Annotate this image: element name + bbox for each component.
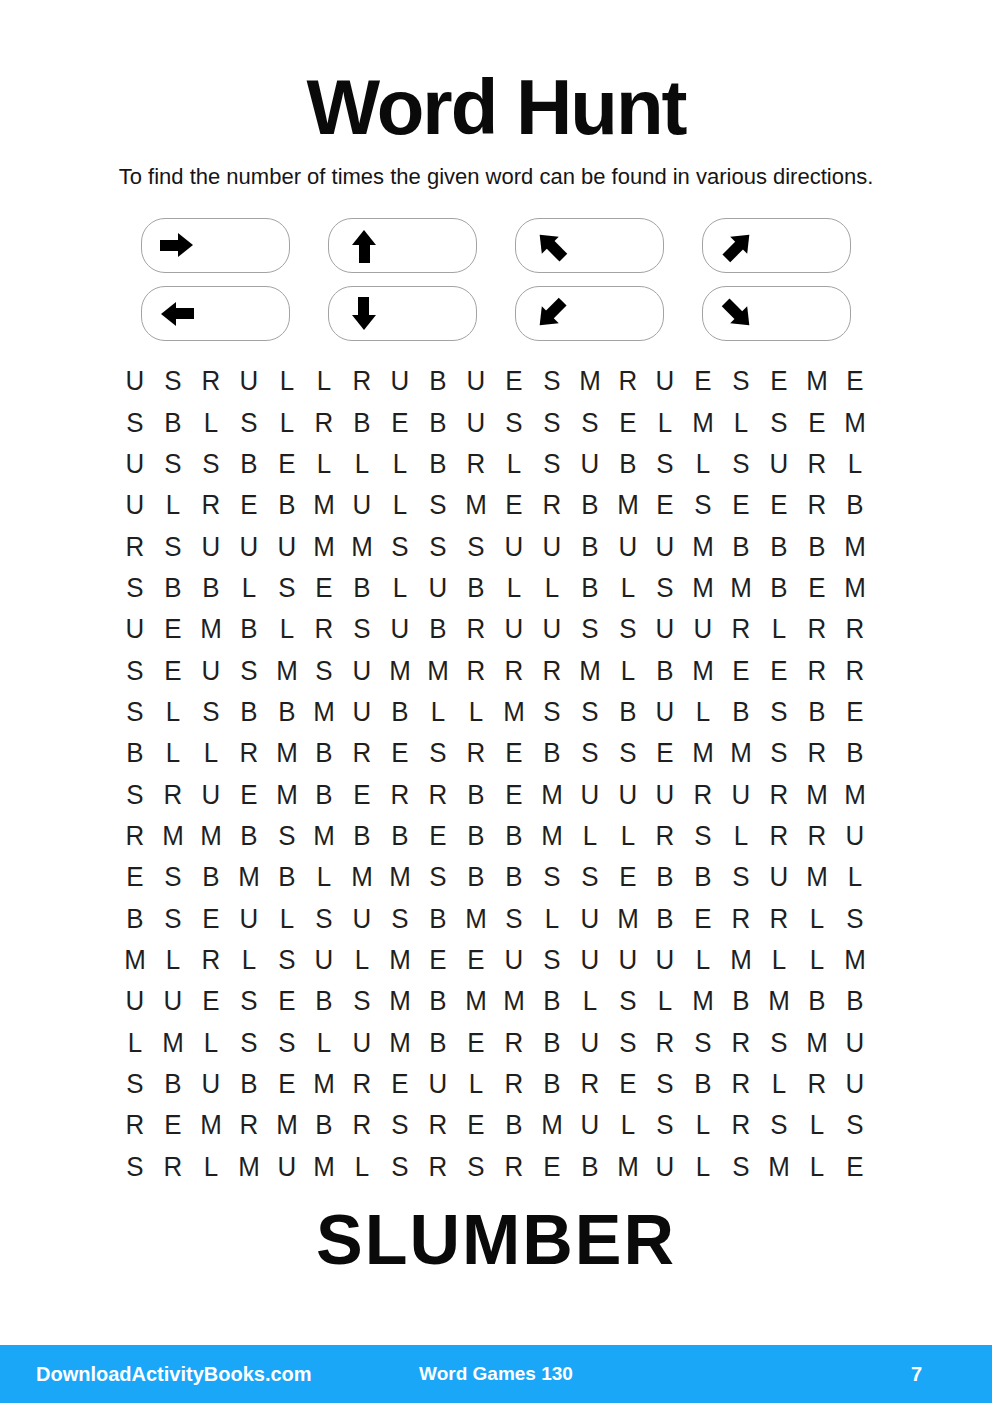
grid-cell: M [306, 1064, 342, 1105]
grid-cell: B [571, 568, 607, 609]
grid-cell: U [268, 526, 304, 567]
grid-cell: B [306, 733, 342, 774]
grid-cell: E [155, 609, 191, 650]
grid-cell: M [344, 857, 380, 898]
grid-cell: S [571, 402, 607, 443]
grid-cell: R [344, 1105, 380, 1146]
grid-cell: E [382, 733, 418, 774]
direction-up-right-button[interactable] [702, 218, 851, 273]
grid-cell: L [344, 940, 380, 981]
grid-cell: M [799, 857, 835, 898]
grid-cell: L [344, 444, 380, 485]
grid-cell: S [155, 857, 191, 898]
grid-cell: R [723, 1064, 759, 1105]
grid-cell: S [268, 568, 304, 609]
direction-up-left-button[interactable] [515, 218, 664, 273]
grid-cell: M [382, 940, 418, 981]
grid-cell: E [193, 981, 229, 1022]
grid-cell: S [761, 692, 797, 733]
grid-cell: L [534, 568, 570, 609]
grid-cell: R [799, 816, 835, 857]
grid-cell: M [534, 774, 570, 815]
grid-cell: M [723, 940, 759, 981]
grid-cell: S [420, 485, 456, 526]
grid-cell: R [230, 733, 266, 774]
grid-cell: E [723, 650, 759, 691]
grid-cell: U [230, 898, 266, 939]
grid-cell: U [837, 1023, 873, 1064]
grid-cell: E [496, 733, 532, 774]
grid-cell: R [799, 485, 835, 526]
grid-cell: M [382, 857, 418, 898]
grid-cell: U [609, 774, 645, 815]
grid-cell: E [609, 857, 645, 898]
grid-cell: M [193, 816, 229, 857]
grid-cell: M [496, 981, 532, 1022]
grid-cell: S [155, 526, 191, 567]
grid-cell: R [193, 485, 229, 526]
grid-cell: B [344, 816, 380, 857]
grid-cell: E [458, 1023, 494, 1064]
grid-cell: U [268, 1147, 304, 1188]
grid-cell: L [306, 857, 342, 898]
arrow-down-icon [344, 294, 384, 334]
grid-cell: B [458, 774, 494, 815]
grid-cell: S [761, 402, 797, 443]
grid-cell: L [799, 1105, 835, 1146]
grid-cell: M [837, 940, 873, 981]
grid-cell: U [230, 526, 266, 567]
grid-cell: M [268, 774, 304, 815]
grid-cell: U [382, 609, 418, 650]
grid-cell: R [117, 816, 153, 857]
grid-cell: U [647, 774, 683, 815]
grid-cell: M [268, 1105, 304, 1146]
grid-cell: B [268, 857, 304, 898]
grid-cell: S [268, 940, 304, 981]
grid-cell: E [647, 485, 683, 526]
grid-cell: B [496, 1105, 532, 1146]
grid-cell: L [723, 402, 759, 443]
grid-cell: M [761, 1147, 797, 1188]
grid-cell: B [534, 733, 570, 774]
grid-cell: M [571, 650, 607, 691]
grid-cell: U [761, 444, 797, 485]
grid-cell: E [155, 1105, 191, 1146]
grid-cell: R [647, 816, 683, 857]
grid-cell: B [117, 898, 153, 939]
grid-cell: S [534, 361, 570, 402]
grid-cell: B [117, 733, 153, 774]
direction-left-button[interactable] [141, 286, 290, 341]
grid-cell: E [837, 361, 873, 402]
grid-cell: U [420, 1064, 456, 1105]
grid-cell: M [609, 485, 645, 526]
grid-cell: R [193, 361, 229, 402]
arrow-up-left-icon [523, 217, 580, 274]
grid-cell: E [799, 402, 835, 443]
grid-cell: M [685, 526, 721, 567]
grid-cell: S [155, 898, 191, 939]
grid-cell: R [458, 650, 494, 691]
grid-cell: R [571, 1064, 607, 1105]
grid-cell: L [268, 609, 304, 650]
grid-cell: B [837, 485, 873, 526]
grid-cell: M [344, 526, 380, 567]
grid-cell: R [458, 609, 494, 650]
grid-cell: B [306, 981, 342, 1022]
grid-cell: U [496, 940, 532, 981]
grid-cell: U [117, 485, 153, 526]
grid-cell: E [496, 774, 532, 815]
grid-cell: U [117, 361, 153, 402]
footer-page-number: 7 [911, 1363, 922, 1386]
grid-cell: R [761, 774, 797, 815]
grid-cell: B [534, 1023, 570, 1064]
grid-cell: S [761, 1105, 797, 1146]
grid-cell: S [458, 526, 494, 567]
instructions-text: To find the number of times the given wo… [0, 164, 992, 190]
grid-cell: B [647, 650, 683, 691]
footer-bar: DownloadActivityBooks.com Word Games 130… [0, 1345, 992, 1403]
grid-cell: S [761, 1023, 797, 1064]
grid-cell: S [685, 485, 721, 526]
grid-cell: M [534, 816, 570, 857]
grid-cell: U [117, 609, 153, 650]
grid-cell: U [647, 692, 683, 733]
grid-cell: R [799, 444, 835, 485]
grid-cell: L [230, 940, 266, 981]
grid-cell: U [344, 650, 380, 691]
grid-cell: L [155, 692, 191, 733]
grid-cell: S [458, 1147, 494, 1188]
grid-cell: S [193, 444, 229, 485]
grid-cell: E [647, 733, 683, 774]
grid-cell: M [685, 650, 721, 691]
grid-cell: S [571, 733, 607, 774]
grid-cell: B [609, 692, 645, 733]
grid-cell: M [193, 1105, 229, 1146]
grid-cell: L [571, 981, 607, 1022]
grid-cell: L [155, 940, 191, 981]
grid-cell: B [268, 692, 304, 733]
grid-cell: B [837, 981, 873, 1022]
grid-cell: M [117, 940, 153, 981]
grid-cell: E [723, 485, 759, 526]
grid-cell: S [382, 898, 418, 939]
direction-up-button[interactable] [328, 218, 477, 273]
grid-cell: U [458, 402, 494, 443]
grid-cell: S [306, 650, 342, 691]
grid-cell: E [230, 485, 266, 526]
arrow-up-icon [344, 226, 384, 266]
grid-cell: S [155, 361, 191, 402]
grid-cell: B [685, 1064, 721, 1105]
grid-cell: R [799, 650, 835, 691]
direction-down-button[interactable] [328, 286, 477, 341]
arrow-down-left-icon [523, 285, 580, 342]
grid-cell: M [306, 485, 342, 526]
grid-cell: U [193, 1064, 229, 1105]
grid-cell: R [117, 1105, 153, 1146]
grid-cell: E [458, 1105, 494, 1146]
grid-cell: R [344, 733, 380, 774]
grid-cell: R [799, 609, 835, 650]
grid-cell: S [571, 857, 607, 898]
grid-cell: S [117, 774, 153, 815]
grid-cell: U [571, 444, 607, 485]
grid-cell: B [382, 816, 418, 857]
grid-cell: S [685, 816, 721, 857]
grid-cell: B [155, 402, 191, 443]
grid-cell: B [799, 692, 835, 733]
grid-cell: S [534, 940, 570, 981]
grid-cell: B [799, 981, 835, 1022]
grid-cell: E [268, 444, 304, 485]
grid-cell: L [534, 898, 570, 939]
grid-cell: E [609, 1064, 645, 1105]
grid-cell: B [420, 609, 456, 650]
grid-cell: U [193, 650, 229, 691]
grid-cell: L [685, 1105, 721, 1146]
grid-cell: R [534, 485, 570, 526]
grid-cell: S [230, 402, 266, 443]
grid-cell: E [268, 981, 304, 1022]
grid-cell: U [761, 857, 797, 898]
grid-cell: M [382, 981, 418, 1022]
grid-cell: E [496, 485, 532, 526]
grid-cell: R [496, 1064, 532, 1105]
grid-cell: M [458, 898, 494, 939]
grid-cell: S [609, 733, 645, 774]
grid-cell: U [837, 816, 873, 857]
grid-cell: S [230, 650, 266, 691]
grid-cell: E [268, 1064, 304, 1105]
grid-cell: S [117, 568, 153, 609]
grid-cell: L [268, 402, 304, 443]
grid-cell: M [837, 774, 873, 815]
grid-cell: S [723, 1147, 759, 1188]
grid-cell: M [837, 526, 873, 567]
grid-cell: B [193, 857, 229, 898]
grid-cell: S [723, 444, 759, 485]
grid-cell: L [344, 1147, 380, 1188]
direction-right-button[interactable] [141, 218, 290, 273]
grid-cell: S [230, 1023, 266, 1064]
grid-cell: U [306, 940, 342, 981]
grid-cell: E [420, 940, 456, 981]
grid-cell: L [799, 898, 835, 939]
grid-cell: B [571, 1147, 607, 1188]
grid-cell: B [230, 692, 266, 733]
grid-cell: B [155, 568, 191, 609]
grid-cell: B [306, 774, 342, 815]
grid-cell: B [723, 526, 759, 567]
grid-cell: M [685, 733, 721, 774]
grid-cell: S [117, 650, 153, 691]
grid-cell: R [837, 650, 873, 691]
grid-cell: U [117, 444, 153, 485]
grid-cell: B [761, 568, 797, 609]
grid-cell: M [193, 609, 229, 650]
grid-cell: L [496, 568, 532, 609]
grid-cell: L [647, 402, 683, 443]
grid-cell: S [420, 857, 456, 898]
grid-cell: L [799, 940, 835, 981]
grid-cell: M [799, 774, 835, 815]
grid-cell: B [799, 526, 835, 567]
grid-cell: L [155, 485, 191, 526]
target-word: SLUMBER [0, 1200, 992, 1280]
grid-cell: E [799, 568, 835, 609]
grid-cell: L [761, 940, 797, 981]
grid-cell: L [382, 485, 418, 526]
grid-cell: L [230, 568, 266, 609]
grid-cell: R [723, 898, 759, 939]
grid-cell: U [155, 981, 191, 1022]
grid-cell: L [609, 816, 645, 857]
grid-cell: U [609, 526, 645, 567]
grid-cell: B [647, 857, 683, 898]
grid-cell: B [420, 402, 456, 443]
grid-cell: L [571, 816, 607, 857]
grid-cell: B [230, 1064, 266, 1105]
grid-cell: S [496, 898, 532, 939]
grid-cell: B [420, 1023, 456, 1064]
grid-cell: B [193, 568, 229, 609]
grid-cell: B [837, 733, 873, 774]
grid-cell: S [230, 981, 266, 1022]
grid-cell: L [306, 361, 342, 402]
grid-cell: E [458, 940, 494, 981]
grid-cell: R [496, 650, 532, 691]
grid-cell: S [647, 1064, 683, 1105]
grid-cell: R [230, 1105, 266, 1146]
grid-cell: E [761, 650, 797, 691]
grid-cell: L [685, 692, 721, 733]
arrow-down-right-icon [710, 285, 767, 342]
grid-cell: S [382, 1147, 418, 1188]
direction-down-left-button[interactable] [515, 286, 664, 341]
grid-cell: E [155, 650, 191, 691]
grid-cell: U [344, 1023, 380, 1064]
grid-cell: R [799, 733, 835, 774]
grid-cell: U [344, 485, 380, 526]
grid-cell: R [496, 1147, 532, 1188]
grid-cell: S [685, 1023, 721, 1064]
direction-down-right-button[interactable] [702, 286, 851, 341]
grid-cell: M [799, 361, 835, 402]
grid-cell: L [761, 609, 797, 650]
grid-cell: B [382, 692, 418, 733]
grid-cell: U [685, 609, 721, 650]
grid-cell: B [344, 568, 380, 609]
grid-cell: S [117, 402, 153, 443]
grid-cell: U [609, 940, 645, 981]
grid-cell: B [268, 485, 304, 526]
grid-cell: U [571, 940, 607, 981]
grid-cell: M [230, 857, 266, 898]
grid-cell: L [458, 1064, 494, 1105]
grid-cell: U [458, 361, 494, 402]
grid-cell: M [723, 733, 759, 774]
grid-cell: R [837, 609, 873, 650]
grid-cell: E [837, 692, 873, 733]
grid-cell: E [382, 1064, 418, 1105]
grid-cell: B [761, 526, 797, 567]
grid-cell: S [382, 1105, 418, 1146]
grid-cell: L [685, 1147, 721, 1188]
grid-cell: B [458, 816, 494, 857]
grid-cell: B [230, 816, 266, 857]
grid-cell: B [723, 981, 759, 1022]
grid-cell: U [344, 898, 380, 939]
grid-cell: L [647, 981, 683, 1022]
arrow-right-icon [157, 226, 197, 266]
grid-cell: U [723, 774, 759, 815]
grid-cell: S [193, 692, 229, 733]
grid-cell: L [306, 1023, 342, 1064]
grid-cell: E [230, 774, 266, 815]
grid-cell: B [458, 857, 494, 898]
grid-cell: M [496, 692, 532, 733]
grid-cell: B [420, 981, 456, 1022]
grid-cell: S [534, 402, 570, 443]
grid-cell: S [534, 857, 570, 898]
grid-cell: S [723, 857, 759, 898]
grid-cell: R [344, 1064, 380, 1105]
grid-cell: S [117, 1064, 153, 1105]
grid-cell: B [420, 444, 456, 485]
grid-cell: B [534, 1064, 570, 1105]
grid-cell: B [609, 444, 645, 485]
grid-cell: S [268, 1023, 304, 1064]
grid-cell: S [723, 361, 759, 402]
grid-cell: L [382, 568, 418, 609]
grid-cell: B [155, 1064, 191, 1105]
grid-cell: M [382, 1023, 418, 1064]
grid-cell: R [496, 1023, 532, 1064]
grid-cell: S [609, 609, 645, 650]
grid-cell: B [458, 568, 494, 609]
grid-cell: S [117, 692, 153, 733]
arrow-left-icon [157, 294, 197, 334]
grid-cell: L [155, 733, 191, 774]
grid-cell: S [420, 733, 456, 774]
grid-cell: M [306, 816, 342, 857]
grid-cell: E [761, 361, 797, 402]
grid-cell: S [571, 609, 607, 650]
grid-cell: S [382, 526, 418, 567]
grid-cell: R [420, 1147, 456, 1188]
grid-cell: R [723, 1023, 759, 1064]
grid-cell: U [837, 1064, 873, 1105]
grid-cell: L [193, 1023, 229, 1064]
page-title: Word Hunt [0, 62, 992, 153]
arrow-up-right-icon [710, 217, 767, 274]
grid-cell: U [193, 526, 229, 567]
grid-cell: R [458, 733, 494, 774]
grid-cell: U [647, 526, 683, 567]
grid-cell: M [420, 650, 456, 691]
grid-cell: S [306, 898, 342, 939]
grid-cell: U [344, 692, 380, 733]
grid-cell: S [155, 444, 191, 485]
grid-cell: M [306, 526, 342, 567]
grid-cell: B [496, 816, 532, 857]
grid-cell: U [496, 609, 532, 650]
grid-cell: M [155, 1023, 191, 1064]
